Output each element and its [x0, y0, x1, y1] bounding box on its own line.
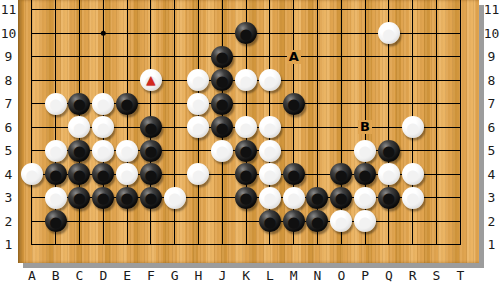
point-H6[interactable]: ●: [187, 116, 211, 140]
point-O1[interactable]: [329, 233, 353, 257]
stone-black-F6: ●: [140, 116, 162, 138]
point-E8[interactable]: [115, 69, 139, 93]
point-N4[interactable]: [306, 163, 330, 187]
point-G8[interactable]: [163, 69, 187, 93]
point-C10[interactable]: [68, 22, 92, 46]
point-R11[interactable]: [401, 0, 425, 22]
point-A5[interactable]: [20, 139, 44, 163]
point-R10[interactable]: [401, 22, 425, 46]
row-label-right-6: 6: [483, 116, 500, 140]
point-N7[interactable]: [306, 92, 330, 116]
point-B6[interactable]: [44, 116, 68, 140]
point-A2[interactable]: [20, 210, 44, 234]
row-label-left-3: 3: [0, 186, 17, 210]
row-label-left-11: 11: [0, 0, 17, 22]
point-N2[interactable]: ●: [306, 210, 330, 234]
point-J7[interactable]: ●: [210, 92, 234, 116]
stone-white-Q10: ●: [378, 22, 400, 44]
point-C5[interactable]: ●: [68, 139, 92, 163]
point-H8[interactable]: ●: [187, 69, 211, 93]
col-label-C: C: [68, 267, 92, 284]
stone-black-M4: ●: [283, 163, 305, 185]
point-P2[interactable]: ●: [353, 210, 377, 234]
point-G2[interactable]: [163, 210, 187, 234]
stone-white-K6: ●: [235, 116, 257, 138]
point-M11[interactable]: [282, 0, 306, 22]
point-R4[interactable]: ●: [401, 163, 425, 187]
point-Q7[interactable]: [377, 92, 401, 116]
go-board-grid[interactable]: ●●●A●▲●●●●●●●●●●●●●●●●●●B●●●●●●●●●●●●●●●…: [20, 0, 472, 257]
point-J8[interactable]: ●: [210, 69, 234, 93]
col-label-S: S: [425, 267, 449, 284]
column-coordinates: ABCDEFGHJKLMNOPQRST: [20, 267, 472, 284]
point-O7[interactable]: [329, 92, 353, 116]
point-T1[interactable]: [448, 233, 472, 257]
point-B11[interactable]: [44, 0, 68, 22]
stone-black-M7: ●: [283, 93, 305, 115]
stone-white-R4: ●: [402, 163, 424, 185]
point-K3[interactable]: ●: [234, 186, 258, 210]
stone-white-H8: ●: [187, 69, 209, 91]
point-T11[interactable]: [448, 0, 472, 22]
point-N6[interactable]: [306, 116, 330, 140]
col-label-A: A: [20, 267, 44, 284]
point-A9[interactable]: [20, 45, 44, 69]
point-E1[interactable]: [115, 233, 139, 257]
point-J9[interactable]: ●: [210, 45, 234, 69]
point-B10[interactable]: [44, 22, 68, 46]
point-T9[interactable]: [448, 45, 472, 69]
stone-white-K8: ●: [235, 69, 257, 91]
point-P9[interactable]: [353, 45, 377, 69]
point-H1[interactable]: [187, 233, 211, 257]
row-label-left-7: 7: [0, 92, 17, 116]
point-A8[interactable]: [20, 69, 44, 93]
point-P10[interactable]: [353, 22, 377, 46]
point-H2[interactable]: [187, 210, 211, 234]
row-label-left-5: 5: [0, 139, 17, 163]
point-R8[interactable]: [401, 69, 425, 93]
point-F4[interactable]: ●: [139, 163, 163, 187]
point-P8[interactable]: [353, 69, 377, 93]
point-M9[interactable]: A: [282, 45, 306, 69]
point-B5[interactable]: ●: [44, 139, 68, 163]
stone-black-D3: ●: [92, 187, 114, 209]
point-K10[interactable]: ●: [234, 22, 258, 46]
point-N10[interactable]: [306, 22, 330, 46]
point-O11[interactable]: [329, 0, 353, 22]
board-label-B-P6: B: [358, 120, 372, 134]
point-P1[interactable]: [353, 233, 377, 257]
point-G10[interactable]: [163, 22, 187, 46]
go-board-viewer: ●●●A●▲●●●●●●●●●●●●●●●●●●B●●●●●●●●●●●●●●●…: [0, 0, 500, 284]
point-P6[interactable]: B: [353, 116, 377, 140]
row-label-left-1: 1: [0, 233, 17, 257]
point-A4[interactable]: ●: [20, 163, 44, 187]
row-label-right-8: 8: [483, 69, 500, 93]
point-S7[interactable]: [425, 92, 449, 116]
point-G3[interactable]: ●: [163, 186, 187, 210]
point-L10[interactable]: [258, 22, 282, 46]
point-B3[interactable]: ●: [44, 186, 68, 210]
stone-black-Q5: ●: [378, 140, 400, 162]
point-J2[interactable]: [210, 210, 234, 234]
point-C3[interactable]: ●: [68, 186, 92, 210]
point-R2[interactable]: [401, 210, 425, 234]
point-A6[interactable]: [20, 116, 44, 140]
point-C1[interactable]: [68, 233, 92, 257]
point-D2[interactable]: [91, 210, 115, 234]
point-C4[interactable]: ●: [68, 163, 92, 187]
stone-black-D4: ●: [92, 163, 114, 185]
point-B1[interactable]: [44, 233, 68, 257]
stone-black-E7: ●: [116, 93, 138, 115]
point-L6[interactable]: ●: [258, 116, 282, 140]
row-coordinates-left: 1110987654321: [0, 0, 17, 257]
point-Q11[interactable]: [377, 0, 401, 22]
point-M10[interactable]: [282, 22, 306, 46]
point-M4[interactable]: ●: [282, 163, 306, 187]
point-D11[interactable]: [91, 0, 115, 22]
stone-black-E3: ●: [116, 187, 138, 209]
point-K11[interactable]: [234, 0, 258, 22]
point-F9[interactable]: [139, 45, 163, 69]
point-O8[interactable]: [329, 69, 353, 93]
point-P4[interactable]: ●: [353, 163, 377, 187]
point-S10[interactable]: [425, 22, 449, 46]
point-F5[interactable]: ●: [139, 139, 163, 163]
point-J11[interactable]: [210, 0, 234, 22]
point-F10[interactable]: [139, 22, 163, 46]
col-label-J: J: [210, 267, 234, 284]
stone-white-L5: ●: [259, 140, 281, 162]
point-E10[interactable]: [115, 22, 139, 46]
row-label-right-1: 1: [483, 233, 500, 257]
point-E5[interactable]: ●: [115, 139, 139, 163]
stone-black-C3: ●: [68, 187, 90, 209]
point-G5[interactable]: [163, 139, 187, 163]
row-label-right-11: 11: [483, 0, 500, 22]
point-R3[interactable]: ●: [401, 186, 425, 210]
point-L3[interactable]: ●: [258, 186, 282, 210]
point-F3[interactable]: ●: [139, 186, 163, 210]
point-H7[interactable]: ●: [187, 92, 211, 116]
col-label-R: R: [401, 267, 425, 284]
row-label-left-10: 10: [0, 22, 17, 46]
point-Q10[interactable]: ●: [377, 22, 401, 46]
point-L7[interactable]: [258, 92, 282, 116]
stone-black-P4: ●: [354, 163, 376, 185]
col-label-O: O: [329, 267, 353, 284]
point-H5[interactable]: [187, 139, 211, 163]
point-R9[interactable]: [401, 45, 425, 69]
col-label-N: N: [306, 267, 330, 284]
point-P5[interactable]: ●: [353, 139, 377, 163]
stone-black-K3: ●: [235, 187, 257, 209]
point-J4[interactable]: [210, 163, 234, 187]
stone-white-D6: ●: [92, 116, 114, 138]
stone-black-K5: ●: [235, 140, 257, 162]
point-L1[interactable]: [258, 233, 282, 257]
stone-black-C5: ●: [68, 140, 90, 162]
stone-white-D7: ●: [92, 93, 114, 115]
point-E7[interactable]: ●: [115, 92, 139, 116]
point-R6[interactable]: ●: [401, 116, 425, 140]
point-L9[interactable]: [258, 45, 282, 69]
point-D3[interactable]: ●: [91, 186, 115, 210]
point-L8[interactable]: ●: [258, 69, 282, 93]
point-K6[interactable]: ●: [234, 116, 258, 140]
point-S3[interactable]: [425, 186, 449, 210]
point-K9[interactable]: [234, 45, 258, 69]
point-J6[interactable]: ●: [210, 116, 234, 140]
point-N8[interactable]: [306, 69, 330, 93]
point-L4[interactable]: ●: [258, 163, 282, 187]
point-O5[interactable]: [329, 139, 353, 163]
point-F7[interactable]: [139, 92, 163, 116]
stone-white-R3: ●: [402, 187, 424, 209]
point-C2[interactable]: [68, 210, 92, 234]
stone-white-B5: ●: [45, 140, 67, 162]
point-K1[interactable]: [234, 233, 258, 257]
col-label-D: D: [91, 267, 115, 284]
point-D7[interactable]: ●: [91, 92, 115, 116]
point-Q5[interactable]: ●: [377, 139, 401, 163]
point-Q8[interactable]: [377, 69, 401, 93]
stone-white-Q4: ●: [378, 163, 400, 185]
point-C9[interactable]: [68, 45, 92, 69]
stone-white-H7: ●: [187, 93, 209, 115]
point-O10[interactable]: [329, 22, 353, 46]
point-D6[interactable]: ●: [91, 116, 115, 140]
point-M7[interactable]: ●: [282, 92, 306, 116]
stone-white-L8: ●: [259, 69, 281, 91]
point-M3[interactable]: ●: [282, 186, 306, 210]
point-S11[interactable]: [425, 0, 449, 22]
stone-black-F3: ●: [140, 187, 162, 209]
point-F2[interactable]: [139, 210, 163, 234]
point-M8[interactable]: [282, 69, 306, 93]
point-C6[interactable]: ●: [68, 116, 92, 140]
point-T3[interactable]: [448, 186, 472, 210]
point-S8[interactable]: [425, 69, 449, 93]
point-C8[interactable]: [68, 69, 92, 93]
stone-black-K4: ●: [235, 163, 257, 185]
point-Q3[interactable]: ●: [377, 186, 401, 210]
point-Q9[interactable]: [377, 45, 401, 69]
row-label-right-9: 9: [483, 45, 500, 69]
point-Q2[interactable]: [377, 210, 401, 234]
point-J3[interactable]: [210, 186, 234, 210]
point-M5[interactable]: [282, 139, 306, 163]
point-A3[interactable]: [20, 186, 44, 210]
col-label-G: G: [163, 267, 187, 284]
stone-black-J7: ●: [211, 93, 233, 115]
point-N5[interactable]: [306, 139, 330, 163]
point-J1[interactable]: [210, 233, 234, 257]
col-label-T: T: [448, 267, 472, 284]
col-label-B: B: [44, 267, 68, 284]
col-label-P: P: [353, 267, 377, 284]
point-E9[interactable]: [115, 45, 139, 69]
point-R7[interactable]: [401, 92, 425, 116]
point-C11[interactable]: [68, 0, 92, 22]
point-N9[interactable]: [306, 45, 330, 69]
point-N3[interactable]: ●: [306, 186, 330, 210]
point-O6[interactable]: [329, 116, 353, 140]
triangle-mark-F8: ▲: [139, 69, 163, 93]
stone-black-N3: ●: [306, 187, 328, 209]
row-label-left-4: 4: [0, 163, 17, 187]
point-L11[interactable]: [258, 0, 282, 22]
point-F6[interactable]: ●: [139, 116, 163, 140]
stone-white-G3: ●: [164, 187, 186, 209]
point-K2[interactable]: [234, 210, 258, 234]
point-K4[interactable]: ●: [234, 163, 258, 187]
point-N11[interactable]: [306, 0, 330, 22]
point-G11[interactable]: [163, 0, 187, 22]
point-S2[interactable]: [425, 210, 449, 234]
stone-white-E4: ●: [116, 163, 138, 185]
stone-white-E5: ●: [116, 140, 138, 162]
stone-white-M3: ●: [283, 187, 305, 209]
stone-white-P2: ●: [354, 210, 376, 232]
point-T7[interactable]: [448, 92, 472, 116]
stone-black-O4: ●: [330, 163, 352, 185]
point-G1[interactable]: [163, 233, 187, 257]
point-K7[interactable]: [234, 92, 258, 116]
point-H9[interactable]: [187, 45, 211, 69]
point-Q4[interactable]: ●: [377, 163, 401, 187]
board-label-A-M9: A: [287, 50, 301, 64]
stone-black-Q3: ●: [378, 187, 400, 209]
row-label-right-3: 3: [483, 186, 500, 210]
point-P7[interactable]: [353, 92, 377, 116]
point-K8[interactable]: ●: [234, 69, 258, 93]
point-O4[interactable]: ●: [329, 163, 353, 187]
point-H11[interactable]: [187, 0, 211, 22]
point-H10[interactable]: [187, 22, 211, 46]
point-T10[interactable]: [448, 22, 472, 46]
point-T8[interactable]: [448, 69, 472, 93]
point-A11[interactable]: [20, 0, 44, 22]
point-T4[interactable]: [448, 163, 472, 187]
stone-white-R6: ●: [402, 116, 424, 138]
point-G4[interactable]: [163, 163, 187, 187]
point-K5[interactable]: ●: [234, 139, 258, 163]
stone-white-C6: ●: [68, 116, 90, 138]
stone-black-J6: ●: [211, 116, 233, 138]
point-J5[interactable]: ●: [210, 139, 234, 163]
point-F8[interactable]: ●▲: [139, 69, 163, 93]
stone-black-O3: ●: [330, 187, 352, 209]
point-G7[interactable]: [163, 92, 187, 116]
stone-white-H4: ●: [187, 163, 209, 185]
point-B4[interactable]: ●: [44, 163, 68, 187]
point-G9[interactable]: [163, 45, 187, 69]
col-label-M: M: [282, 267, 306, 284]
point-H4[interactable]: ●: [187, 163, 211, 187]
point-Q6[interactable]: [377, 116, 401, 140]
point-M6[interactable]: [282, 116, 306, 140]
point-O3[interactable]: ●: [329, 186, 353, 210]
stone-white-J5: ●: [211, 140, 233, 162]
point-D4[interactable]: ●: [91, 163, 115, 187]
point-A10[interactable]: [20, 22, 44, 46]
point-M2[interactable]: ●: [282, 210, 306, 234]
point-T2[interactable]: [448, 210, 472, 234]
point-R5[interactable]: [401, 139, 425, 163]
point-J10[interactable]: [210, 22, 234, 46]
stone-black-B4: ●: [45, 163, 67, 185]
point-L5[interactable]: ●: [258, 139, 282, 163]
point-S4[interactable]: [425, 163, 449, 187]
row-label-right-5: 5: [483, 139, 500, 163]
col-label-E: E: [115, 267, 139, 284]
point-E4[interactable]: ●: [115, 163, 139, 187]
point-B9[interactable]: [44, 45, 68, 69]
point-N1[interactable]: [306, 233, 330, 257]
point-B7[interactable]: ●: [44, 92, 68, 116]
point-O2[interactable]: ●: [329, 210, 353, 234]
point-R1[interactable]: [401, 233, 425, 257]
point-L2[interactable]: ●: [258, 210, 282, 234]
point-D5[interactable]: ●: [91, 139, 115, 163]
point-D1[interactable]: [91, 233, 115, 257]
stone-black-J8: ●: [211, 69, 233, 91]
row-coordinates-right: 1110987654321: [483, 0, 500, 257]
point-M1[interactable]: [282, 233, 306, 257]
point-S6[interactable]: [425, 116, 449, 140]
point-E6[interactable]: [115, 116, 139, 140]
point-A7[interactable]: [20, 92, 44, 116]
point-P11[interactable]: [353, 0, 377, 22]
stone-white-B3: ●: [45, 187, 67, 209]
stone-black-C7: ●: [68, 93, 90, 115]
stone-black-F5: ●: [140, 140, 162, 162]
point-D10[interactable]: [91, 22, 115, 46]
point-E3[interactable]: ●: [115, 186, 139, 210]
point-D9[interactable]: [91, 45, 115, 69]
point-E2[interactable]: [115, 210, 139, 234]
point-P3[interactable]: ●: [353, 186, 377, 210]
point-E11[interactable]: [115, 0, 139, 22]
point-O9[interactable]: [329, 45, 353, 69]
point-H3[interactable]: [187, 186, 211, 210]
stone-black-C4: ●: [68, 163, 90, 185]
point-T5[interactable]: [448, 139, 472, 163]
point-G6[interactable]: [163, 116, 187, 140]
point-T6[interactable]: [448, 116, 472, 140]
point-D8[interactable]: [91, 69, 115, 93]
point-F1[interactable]: [139, 233, 163, 257]
point-C7[interactable]: ●: [68, 92, 92, 116]
point-B8[interactable]: [44, 69, 68, 93]
stone-black-K10: ●: [235, 22, 257, 44]
point-A1[interactable]: [20, 233, 44, 257]
stone-white-B7: ●: [45, 93, 67, 115]
stone-white-L3: ●: [259, 187, 281, 209]
row-label-right-2: 2: [483, 210, 500, 234]
point-Q1[interactable]: [377, 233, 401, 257]
point-F11[interactable]: [139, 0, 163, 22]
row-label-right-7: 7: [483, 92, 500, 116]
point-B2[interactable]: ●: [44, 210, 68, 234]
point-S5[interactable]: [425, 139, 449, 163]
point-S1[interactable]: [425, 233, 449, 257]
stone-white-A4: ●: [21, 163, 43, 185]
point-S9[interactable]: [425, 45, 449, 69]
